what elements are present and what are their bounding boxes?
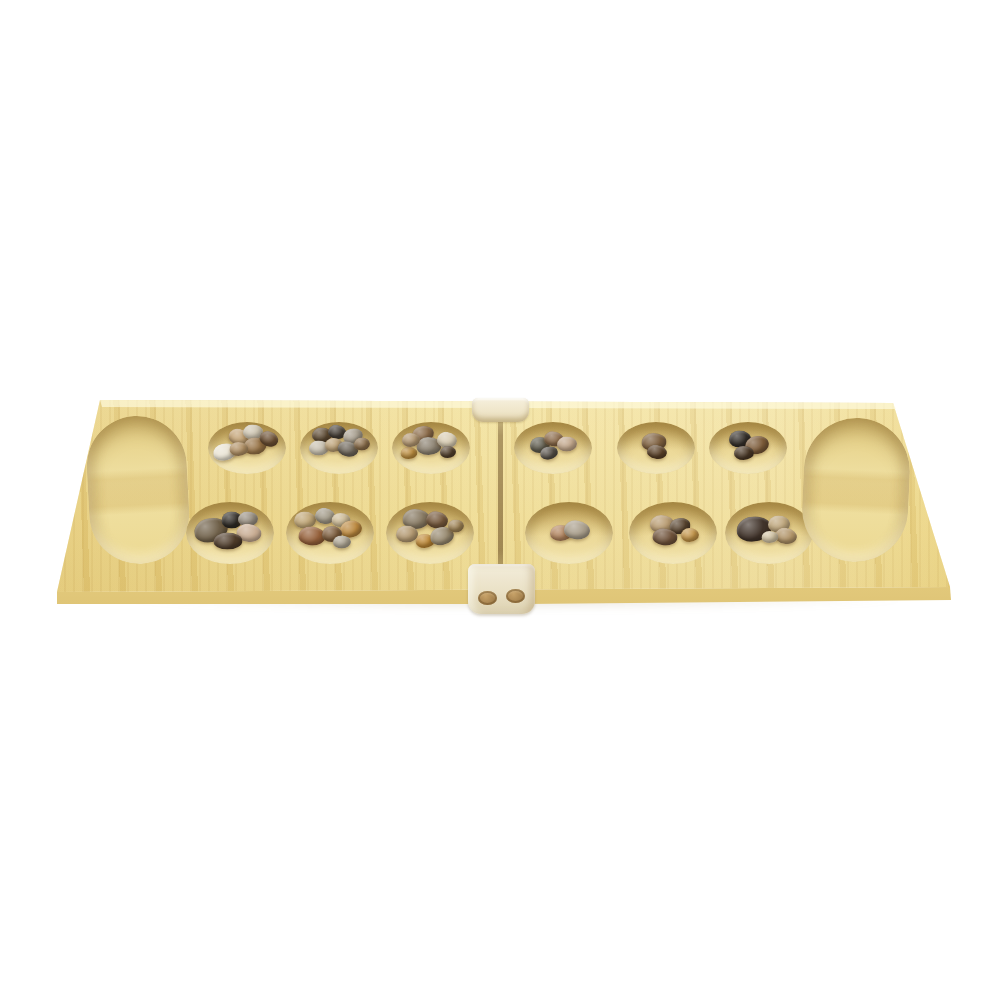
hinge-block — [468, 564, 535, 614]
pit-cell — [385, 401, 477, 494]
pebble — [557, 437, 577, 452]
pit-cell — [707, 401, 810, 494]
pit-cell — [707, 494, 810, 587]
pit-bottom-6[interactable] — [725, 502, 813, 564]
pebble — [681, 528, 699, 542]
pit-grid — [85, 401, 925, 587]
pebble — [333, 536, 351, 549]
store-left-cell — [85, 401, 201, 587]
store-left — [84, 413, 192, 566]
hinge-pin-left-icon — [478, 591, 497, 605]
store-right — [799, 416, 911, 564]
pit-bottom-2[interactable] — [286, 502, 374, 564]
mancala-board — [55, 393, 952, 621]
pit-bottom-1[interactable] — [186, 502, 274, 564]
pit-cell — [501, 401, 604, 494]
pit-top-2[interactable] — [300, 422, 378, 474]
pebble — [401, 447, 418, 459]
pebble — [448, 520, 464, 533]
pit-cell — [201, 494, 293, 587]
pebble — [214, 533, 243, 550]
pit-top-6[interactable] — [709, 422, 787, 474]
pit-top-3[interactable] — [392, 422, 470, 474]
pit-cell — [201, 401, 293, 494]
pit-top-5[interactable] — [617, 422, 695, 474]
pit-top-4[interactable] — [514, 422, 592, 474]
pebble — [734, 446, 754, 460]
pit-bottom-4[interactable] — [525, 502, 613, 564]
pit-bottom-5[interactable] — [629, 502, 717, 564]
pebble — [762, 531, 779, 543]
pebble — [354, 438, 370, 451]
pebble — [230, 442, 249, 456]
pit-top-1[interactable] — [208, 422, 286, 474]
pit-cell — [293, 401, 385, 494]
pit-cell — [293, 494, 385, 587]
pit-cell — [385, 494, 477, 587]
pebble — [440, 446, 456, 458]
store-right-cell — [810, 401, 925, 587]
hinge-pin-right-icon — [506, 589, 525, 603]
pit-cell — [604, 401, 707, 494]
pit-cell — [604, 494, 707, 587]
pit-bottom-3[interactable] — [386, 502, 474, 564]
